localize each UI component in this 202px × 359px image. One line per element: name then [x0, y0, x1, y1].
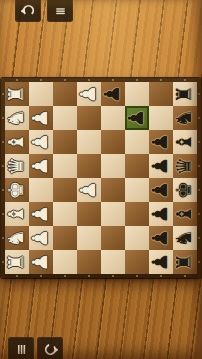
- board-square[interactable]: ♛: [5, 154, 29, 178]
- board-square[interactable]: [53, 130, 77, 154]
- board-square[interactable]: [125, 250, 149, 274]
- board-square[interactable]: [53, 82, 77, 106]
- board-square[interactable]: [101, 202, 125, 226]
- black-pawn[interactable]: ♟: [149, 154, 173, 178]
- board-square[interactable]: [53, 250, 77, 274]
- frame-dot: [198, 141, 200, 143]
- board-square[interactable]: ♟: [29, 250, 53, 274]
- black-queen[interactable]: ♛: [173, 154, 197, 178]
- white-pawn[interactable]: ♟: [29, 250, 53, 274]
- board-square[interactable]: ♝: [5, 130, 29, 154]
- white-pawn[interactable]: ♟: [29, 106, 53, 130]
- white-rook[interactable]: ♜: [5, 82, 29, 106]
- frame-dot: [160, 275, 162, 277]
- white-bishop[interactable]: ♝: [5, 202, 29, 226]
- board-square[interactable]: ♟: [29, 154, 53, 178]
- frame-dot: [112, 79, 114, 81]
- black-bishop[interactable]: ♝: [173, 130, 197, 154]
- board-square[interactable]: ♜: [173, 250, 197, 274]
- board-square[interactable]: [77, 106, 101, 130]
- board-square[interactable]: [125, 82, 149, 106]
- black-pawn[interactable]: ♟: [149, 178, 173, 202]
- redo-circular-arrow-icon: [43, 342, 58, 357]
- board-square[interactable]: ♟: [149, 250, 173, 274]
- menu-bars-horizontal-icon: [53, 3, 68, 18]
- board-square[interactable]: ♟: [29, 130, 53, 154]
- white-knight[interactable]: ♞: [5, 226, 29, 250]
- board-square[interactable]: [125, 202, 149, 226]
- board-square[interactable]: [53, 202, 77, 226]
- black-bishop[interactable]: ♝: [173, 202, 197, 226]
- board-square[interactable]: ♞: [173, 106, 197, 130]
- board-square[interactable]: ♟: [77, 82, 101, 106]
- board-square[interactable]: ♞: [173, 226, 197, 250]
- board-square[interactable]: ♛: [173, 154, 197, 178]
- frame-dot: [40, 79, 42, 81]
- board-square[interactable]: [77, 250, 101, 274]
- black-pawn[interactable]: ♟: [149, 226, 173, 250]
- board-square[interactable]: ♞: [5, 106, 29, 130]
- frame-dot: [64, 275, 66, 277]
- board-square[interactable]: [125, 226, 149, 250]
- white-queen[interactable]: ♛: [5, 154, 29, 178]
- undo-button[interactable]: [15, 0, 41, 22]
- board-square[interactable]: ♜: [173, 82, 197, 106]
- black-rook[interactable]: ♜: [173, 82, 197, 106]
- redo-button[interactable]: [37, 337, 63, 359]
- board-square[interactable]: ♟: [149, 130, 173, 154]
- board-square[interactable]: ♜: [5, 82, 29, 106]
- frame-dot: [16, 275, 18, 277]
- board-square[interactable]: ♟: [77, 178, 101, 202]
- board-square[interactable]: ♟: [29, 106, 53, 130]
- menu-bars-vertical-icon: [14, 342, 29, 357]
- board-square[interactable]: [101, 226, 125, 250]
- board-square[interactable]: ♟: [149, 178, 173, 202]
- undo-arrow-icon: [21, 3, 36, 18]
- frame-dot: [198, 213, 200, 215]
- board-square[interactable]: [77, 202, 101, 226]
- frame-dot: [198, 93, 200, 95]
- black-pawn[interactable]: ♟: [149, 130, 173, 154]
- board-square[interactable]: [77, 226, 101, 250]
- board-square[interactable]: [125, 130, 149, 154]
- board-square[interactable]: [53, 154, 77, 178]
- frame-dot: [198, 189, 200, 191]
- board-square[interactable]: ♟: [125, 106, 149, 130]
- frame-dot: [16, 79, 18, 81]
- menu-button-bottom[interactable]: [8, 337, 34, 359]
- wooden-table-background: ♜♟♟♜♞♟♟♞♝♟♟♝♛♟♟♛♚♟♟♚♝♟♟♝♞♟♟♞♜♟♟♜: [0, 0, 202, 359]
- board-square[interactable]: [77, 154, 101, 178]
- frame-dot: [136, 79, 138, 81]
- board-square[interactable]: [101, 154, 125, 178]
- board-square[interactable]: ♟: [149, 226, 173, 250]
- black-pawn[interactable]: ♟: [125, 106, 149, 130]
- white-pawn[interactable]: ♟: [29, 130, 53, 154]
- white-knight[interactable]: ♞: [5, 106, 29, 130]
- board-square[interactable]: ♚: [5, 178, 29, 202]
- board-square[interactable]: [101, 130, 125, 154]
- board-square[interactable]: ♟: [149, 154, 173, 178]
- black-pawn[interactable]: ♟: [149, 250, 173, 274]
- board-square[interactable]: ♜: [5, 250, 29, 274]
- board-square[interactable]: ♚: [173, 178, 197, 202]
- frame-dot: [88, 275, 90, 277]
- board-square[interactable]: [101, 106, 125, 130]
- board-square[interactable]: [77, 130, 101, 154]
- white-bishop[interactable]: ♝: [5, 130, 29, 154]
- frame-dot: [64, 79, 66, 81]
- board-square[interactable]: [125, 154, 149, 178]
- frame-dot: [112, 275, 114, 277]
- frame-dot: [184, 275, 186, 277]
- board-square[interactable]: ♝: [5, 202, 29, 226]
- frame-dot: [198, 237, 200, 239]
- board-square[interactable]: [29, 178, 53, 202]
- board-square[interactable]: [53, 226, 77, 250]
- frame-dot: [198, 117, 200, 119]
- frame-dot: [160, 79, 162, 81]
- board-square[interactable]: [101, 178, 125, 202]
- board-square[interactable]: [149, 82, 173, 106]
- board-square[interactable]: [149, 106, 173, 130]
- white-pawn[interactable]: ♟: [29, 202, 53, 226]
- frame-dot: [198, 261, 200, 263]
- board-square[interactable]: [29, 82, 53, 106]
- board-square[interactable]: ♟: [29, 202, 53, 226]
- white-pawn[interactable]: ♟: [77, 82, 101, 106]
- board-square[interactable]: ♟: [101, 82, 125, 106]
- board-square[interactable]: ♟: [29, 226, 53, 250]
- white-rook[interactable]: ♜: [5, 250, 29, 274]
- chess-board: ♜♟♟♜♞♟♟♞♝♟♟♝♛♟♟♛♚♟♟♚♝♟♟♝♞♟♟♞♜♟♟♜: [1, 78, 201, 278]
- board-square[interactable]: [53, 178, 77, 202]
- black-king[interactable]: ♚: [173, 178, 197, 202]
- white-pawn[interactable]: ♟: [29, 226, 53, 250]
- white-pawn[interactable]: ♟: [29, 154, 53, 178]
- frame-dot: [184, 79, 186, 81]
- black-knight[interactable]: ♞: [173, 106, 197, 130]
- menu-button-top[interactable]: [47, 0, 73, 22]
- black-knight[interactable]: ♞: [173, 226, 197, 250]
- board-squares-grid: ♜♟♟♜♞♟♟♞♝♟♟♝♛♟♟♛♚♟♟♚♝♟♟♝♞♟♟♞♜♟♟♜: [5, 82, 197, 274]
- board-square[interactable]: ♝: [173, 130, 197, 154]
- board-square[interactable]: [125, 178, 149, 202]
- frame-dot: [136, 275, 138, 277]
- frame-dot: [198, 165, 200, 167]
- black-pawn[interactable]: ♟: [149, 202, 173, 226]
- white-pawn[interactable]: ♟: [77, 178, 101, 202]
- black-rook[interactable]: ♜: [173, 250, 197, 274]
- board-square[interactable]: ♟: [149, 202, 173, 226]
- black-pawn[interactable]: ♟: [101, 82, 125, 106]
- frame-dot: [88, 79, 90, 81]
- board-square[interactable]: ♝: [173, 202, 197, 226]
- board-square[interactable]: [53, 106, 77, 130]
- frame-dot: [40, 275, 42, 277]
- board-square[interactable]: [101, 250, 125, 274]
- white-king[interactable]: ♚: [5, 178, 29, 202]
- board-square[interactable]: ♞: [5, 226, 29, 250]
